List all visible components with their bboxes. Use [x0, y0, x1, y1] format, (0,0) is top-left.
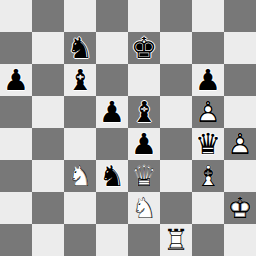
- piece-black-pawn[interactable]: ♟: [192, 64, 224, 96]
- square-e1[interactable]: [128, 224, 160, 256]
- bishop-glyph: ♝: [64, 64, 96, 96]
- piece-black-bishop[interactable]: ♝: [128, 96, 160, 128]
- piece-white-rook[interactable]: ♜♖: [160, 224, 192, 256]
- square-c2[interactable]: [64, 192, 96, 224]
- square-g3[interactable]: ♝♗: [192, 160, 224, 192]
- pawn-glyph: ♟: [128, 128, 160, 160]
- chess-board: ♞♚♟♝♟♟♝♟♙♟♛♟♙♞♘♞♛♕♝♗♞♘♚♔♜♖: [0, 0, 256, 256]
- square-b6[interactable]: [32, 64, 64, 96]
- square-a7[interactable]: [0, 32, 32, 64]
- square-h5[interactable]: [224, 96, 256, 128]
- square-f7[interactable]: [160, 32, 192, 64]
- square-d2[interactable]: [96, 192, 128, 224]
- square-a4[interactable]: [0, 128, 32, 160]
- square-a2[interactable]: [0, 192, 32, 224]
- square-b1[interactable]: [32, 224, 64, 256]
- square-d7[interactable]: [96, 32, 128, 64]
- square-e2[interactable]: ♞♘: [128, 192, 160, 224]
- piece-black-pawn[interactable]: ♟: [128, 128, 160, 160]
- square-f8[interactable]: [160, 0, 192, 32]
- bishop-glyph: ♝: [128, 96, 160, 128]
- square-f4[interactable]: [160, 128, 192, 160]
- pawn-glyph: ♟: [192, 64, 224, 96]
- square-c5[interactable]: [64, 96, 96, 128]
- bishop-outline-glyph: ♗: [192, 160, 224, 192]
- square-f6[interactable]: [160, 64, 192, 96]
- square-f5[interactable]: [160, 96, 192, 128]
- square-d8[interactable]: [96, 0, 128, 32]
- square-g1[interactable]: [192, 224, 224, 256]
- square-b2[interactable]: [32, 192, 64, 224]
- piece-black-queen[interactable]: ♛: [192, 128, 224, 160]
- square-e3[interactable]: ♛♕: [128, 160, 160, 192]
- square-d6[interactable]: [96, 64, 128, 96]
- knight-glyph: ♞: [96, 160, 128, 192]
- square-d1[interactable]: [96, 224, 128, 256]
- piece-black-bishop[interactable]: ♝: [64, 64, 96, 96]
- pawn-outline-glyph: ♙: [224, 128, 256, 160]
- queen-outline-glyph: ♕: [128, 160, 160, 192]
- square-c7[interactable]: ♞: [64, 32, 96, 64]
- piece-white-knight[interactable]: ♞♘: [128, 192, 160, 224]
- pawn-glyph: ♟: [0, 64, 32, 96]
- square-g8[interactable]: [192, 0, 224, 32]
- square-a5[interactable]: [0, 96, 32, 128]
- chess-diagram: ♞♚♟♝♟♟♝♟♙♟♛♟♙♞♘♞♛♕♝♗♞♘♚♔♜♖: [0, 0, 256, 256]
- piece-white-knight[interactable]: ♞♘: [64, 160, 96, 192]
- square-g7[interactable]: [192, 32, 224, 64]
- square-c3[interactable]: ♞♘: [64, 160, 96, 192]
- square-f2[interactable]: [160, 192, 192, 224]
- square-c1[interactable]: [64, 224, 96, 256]
- square-e5[interactable]: ♝: [128, 96, 160, 128]
- square-c6[interactable]: ♝: [64, 64, 96, 96]
- knight-outline-glyph: ♘: [64, 160, 96, 192]
- piece-white-pawn[interactable]: ♟♙: [192, 96, 224, 128]
- piece-black-king[interactable]: ♚: [128, 32, 160, 64]
- piece-white-queen[interactable]: ♛♕: [128, 160, 160, 192]
- square-a6[interactable]: ♟: [0, 64, 32, 96]
- square-e4[interactable]: ♟: [128, 128, 160, 160]
- square-h2[interactable]: ♚♔: [224, 192, 256, 224]
- piece-black-knight[interactable]: ♞: [64, 32, 96, 64]
- square-d4[interactable]: [96, 128, 128, 160]
- queen-glyph: ♛: [192, 128, 224, 160]
- pawn-outline-glyph: ♙: [192, 96, 224, 128]
- square-g2[interactable]: [192, 192, 224, 224]
- square-g5[interactable]: ♟♙: [192, 96, 224, 128]
- piece-white-bishop[interactable]: ♝♗: [192, 160, 224, 192]
- knight-glyph: ♞: [64, 32, 96, 64]
- piece-white-pawn[interactable]: ♟♙: [224, 128, 256, 160]
- square-b4[interactable]: [32, 128, 64, 160]
- square-e8[interactable]: [128, 0, 160, 32]
- square-a8[interactable]: [0, 0, 32, 32]
- square-h3[interactable]: [224, 160, 256, 192]
- square-d5[interactable]: ♟: [96, 96, 128, 128]
- king-outline-glyph: ♔: [224, 192, 256, 224]
- square-h6[interactable]: [224, 64, 256, 96]
- square-f3[interactable]: [160, 160, 192, 192]
- square-d3[interactable]: ♞: [96, 160, 128, 192]
- square-h8[interactable]: [224, 0, 256, 32]
- square-a3[interactable]: [0, 160, 32, 192]
- piece-white-king[interactable]: ♚♔: [224, 192, 256, 224]
- square-h1[interactable]: [224, 224, 256, 256]
- square-h4[interactable]: ♟♙: [224, 128, 256, 160]
- square-b3[interactable]: [32, 160, 64, 192]
- square-a1[interactable]: [0, 224, 32, 256]
- square-c4[interactable]: [64, 128, 96, 160]
- square-b7[interactable]: [32, 32, 64, 64]
- square-h7[interactable]: [224, 32, 256, 64]
- square-e7[interactable]: ♚: [128, 32, 160, 64]
- square-g4[interactable]: ♛: [192, 128, 224, 160]
- rook-outline-glyph: ♖: [160, 224, 192, 256]
- square-b8[interactable]: [32, 0, 64, 32]
- pawn-glyph: ♟: [96, 96, 128, 128]
- square-f1[interactable]: ♜♖: [160, 224, 192, 256]
- piece-black-pawn[interactable]: ♟: [96, 96, 128, 128]
- piece-black-knight[interactable]: ♞: [96, 160, 128, 192]
- square-e6[interactable]: [128, 64, 160, 96]
- square-c8[interactable]: [64, 0, 96, 32]
- king-glyph: ♚: [128, 32, 160, 64]
- piece-black-pawn[interactable]: ♟: [0, 64, 32, 96]
- square-b5[interactable]: [32, 96, 64, 128]
- knight-outline-glyph: ♘: [128, 192, 160, 224]
- square-g6[interactable]: ♟: [192, 64, 224, 96]
